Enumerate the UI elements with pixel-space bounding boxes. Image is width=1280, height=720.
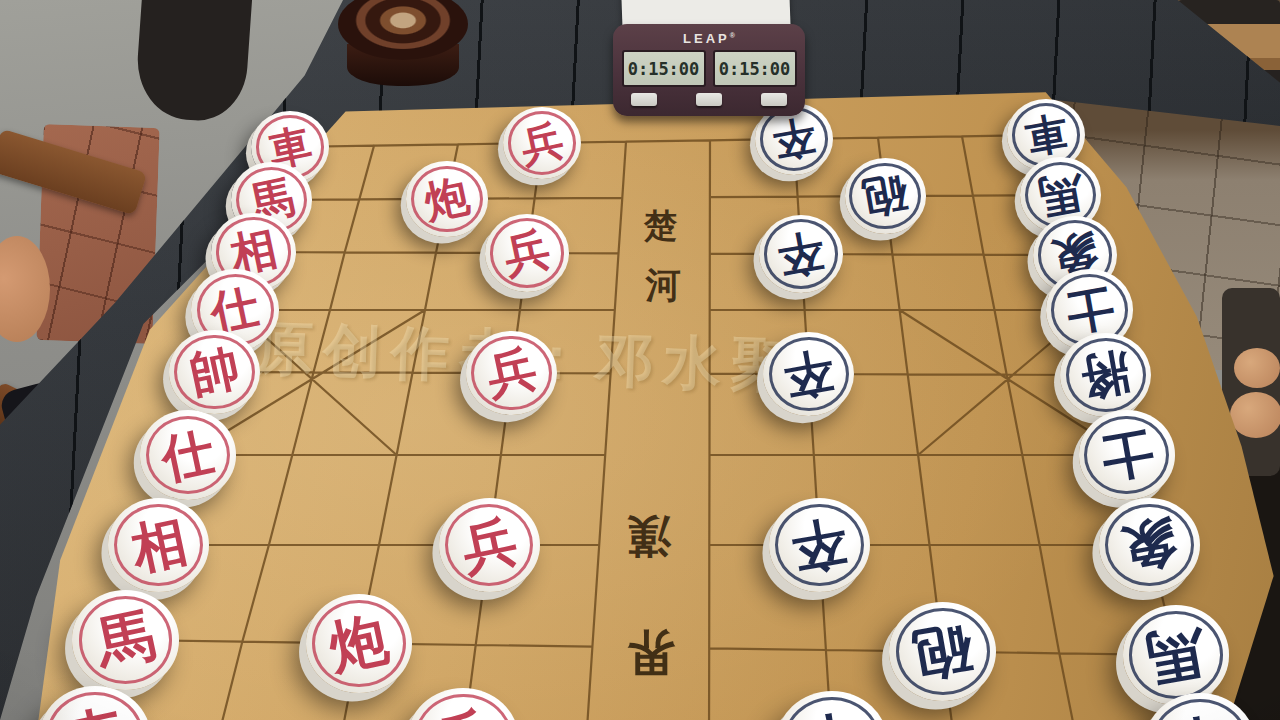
piece-character: 砲	[860, 171, 911, 222]
piece-red-general[interactable]: 帥	[169, 330, 260, 415]
piece-character: 兵	[457, 513, 522, 578]
piece-red-soldier[interactable]: 兵	[485, 214, 569, 292]
piece-character: 炮	[421, 173, 473, 225]
piece-red-horse[interactable]: 馬	[72, 590, 179, 689]
piece-character: 炮	[325, 609, 393, 677]
clock-buttons	[613, 93, 805, 106]
clock-button-right[interactable]	[761, 93, 787, 106]
piece-character: 士	[1062, 283, 1117, 338]
piece-black-soldier[interactable]: 卒	[763, 332, 854, 417]
piece-black-advisor[interactable]: 士	[1079, 410, 1175, 499]
piece-red-soldier[interactable]: 兵	[407, 688, 519, 720]
piece-red-chariot[interactable]: 車	[39, 686, 151, 720]
piece-character: 帥	[185, 343, 243, 401]
piece-character: 兵	[500, 226, 554, 280]
clock-brand-text: LEAP	[683, 31, 730, 46]
piece-black-cannon[interactable]: 砲	[845, 158, 926, 234]
piece-character: 馬	[1035, 170, 1086, 221]
piece-black-horse[interactable]: 馬	[1123, 605, 1230, 704]
piece-black-general[interactable]: 將	[1060, 333, 1151, 418]
piece-character: 兵	[517, 118, 567, 168]
piece-character: 相	[126, 513, 191, 578]
piece-red-cannon[interactable]: 炮	[406, 161, 487, 237]
piece-character: 馬	[91, 606, 159, 674]
photo-frame: 楚 河 漢 界 原创作者：邓水聚 車馬相仕帥仕相馬車炮炮兵兵兵兵兵車馬象士將士象…	[0, 0, 1280, 720]
piece-red-soldier[interactable]: 兵	[466, 331, 557, 416]
piece-character: 兵	[482, 344, 540, 402]
piece-character: 馬	[1143, 622, 1210, 689]
piece-character: 將	[1077, 346, 1134, 403]
clock-brand-label: LEAP®	[613, 31, 805, 46]
tea-jar	[338, 0, 468, 68]
piece-character: 卒	[780, 345, 837, 402]
piece-character: 卒	[775, 228, 828, 281]
piece-black-soldier[interactable]: 卒	[759, 215, 843, 293]
clock-display-left: 0:15:00	[622, 50, 706, 87]
clock-button-left[interactable]	[631, 93, 657, 106]
piece-character: 砲	[909, 618, 976, 685]
registered-mark: ®	[730, 32, 735, 39]
piece-character: 士	[1097, 425, 1157, 485]
piece-black-soldier[interactable]: 卒	[769, 498, 870, 592]
piece-black-soldier[interactable]: 卒	[776, 691, 888, 720]
piece-character: 象	[1118, 513, 1181, 576]
clock-displays: 0:15:00 0:15:00	[613, 50, 805, 87]
clock-display-right: 0:15:00	[713, 50, 797, 87]
piece-character: 卒	[770, 115, 819, 164]
piece-black-cannon[interactable]: 砲	[889, 602, 996, 701]
piece-character: 仕	[157, 424, 218, 485]
piece-red-elephant[interactable]: 相	[108, 498, 209, 592]
piece-red-soldier[interactable]: 兵	[439, 498, 540, 592]
clock-button-middle[interactable]	[696, 93, 722, 106]
piece-red-soldier[interactable]: 兵	[503, 107, 581, 180]
piece-red-cannon[interactable]: 炮	[306, 594, 413, 693]
piece-black-elephant[interactable]: 象	[1099, 498, 1200, 592]
game-clock: LEAP® 0:15:00 0:15:00	[613, 24, 805, 116]
piece-character: 車	[1022, 111, 1071, 160]
piece-red-advisor[interactable]: 仕	[140, 410, 236, 499]
piece-character: 卒	[788, 513, 851, 576]
